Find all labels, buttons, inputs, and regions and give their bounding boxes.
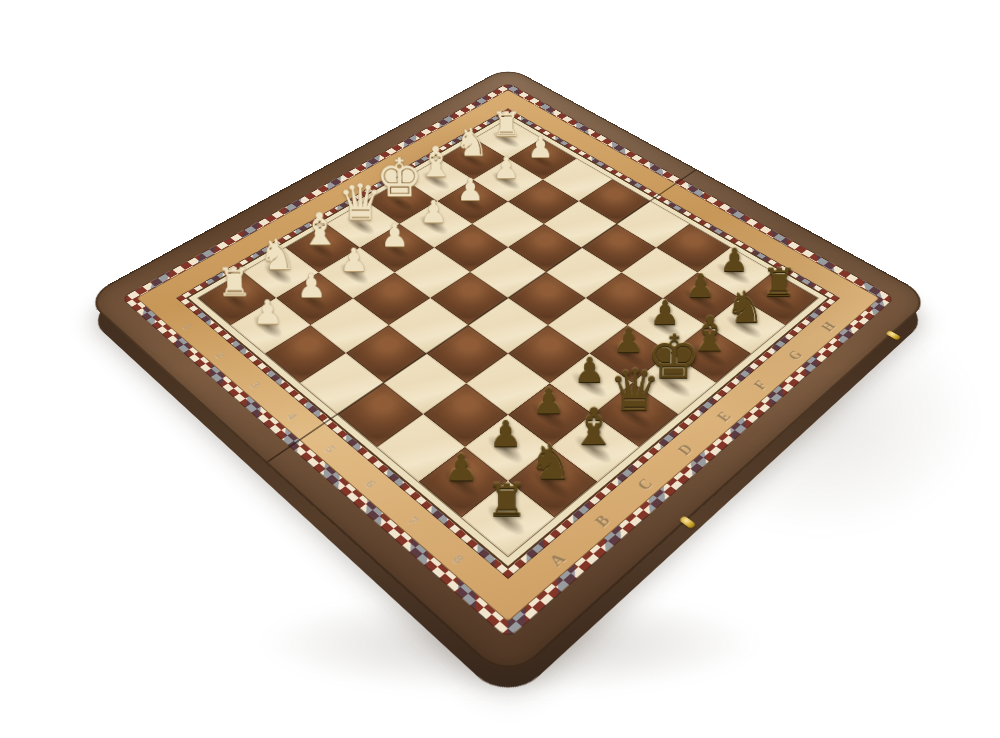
chess-board-3d: ♜♟♟♜♞♟♟♞♝♟♟♝♚♟♟♚♛♟♟♛♝♟♟♝♞♟♟♞♜♟♟♜ ABCDEFG… (84, 66, 933, 683)
piece-white-pawn[interactable]: ♟ (221, 296, 314, 329)
chess-set-photo: ♜♟♟♜♞♟♟♞♝♟♟♝♚♟♟♚♛♟♟♛♝♟♟♝♞♟♟♞♜♟♟♜ ABCDEFG… (0, 0, 1000, 738)
board-box: ♜♟♟♜♞♟♟♞♝♟♟♝♚♟♟♚♛♟♟♛♝♟♟♝♞♟♟♞♜♟♟♜ ABCDEFG… (84, 66, 933, 683)
piece-black-rook[interactable]: ♜ (452, 478, 560, 523)
